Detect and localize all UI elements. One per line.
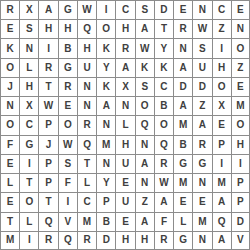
grid-cell-r13c2[interactable]: I	[19, 231, 38, 250]
grid-cell-r9c10[interactable]: G	[173, 154, 192, 173]
grid-cell-r13c6[interactable]: D	[96, 231, 115, 250]
grid-cell-r6c9[interactable]: B	[154, 96, 173, 115]
grid-cell-r5c4[interactable]: R	[58, 77, 77, 96]
grid-cell-r13c5[interactable]: R	[77, 231, 96, 250]
grid-cell-r12c6[interactable]: B	[96, 212, 115, 231]
grid-cell-r2c2[interactable]: S	[19, 19, 38, 38]
grid-cell-r9c2[interactable]: I	[19, 154, 38, 173]
grid-cell-r9c5[interactable]: T	[77, 154, 96, 173]
grid-cell-r6c3[interactable]: W	[38, 96, 57, 115]
grid-cell-r9c8[interactable]: A	[135, 154, 154, 173]
grid-cell-r10c6[interactable]: Y	[96, 173, 115, 192]
grid-cell-r12c4[interactable]: V	[58, 212, 77, 231]
grid-cell-r12c5[interactable]: M	[77, 212, 96, 231]
grid-cell-r13c3[interactable]: R	[38, 231, 57, 250]
grid-cell-r11c6[interactable]: P	[96, 192, 115, 211]
grid-cell-r10c7[interactable]: E	[115, 173, 134, 192]
grid-cell-r5c3[interactable]: T	[38, 77, 57, 96]
grid-cell-r7c5[interactable]: R	[77, 115, 96, 134]
grid-cell-r2c9[interactable]: T	[154, 19, 173, 38]
grid-cell-r6c4[interactable]: E	[58, 96, 77, 115]
grid-cell-r10c1[interactable]: L	[0, 173, 19, 192]
grid-cell-r13c11[interactable]: N	[192, 231, 211, 250]
grid-cell-r9c1[interactable]: E	[0, 154, 19, 173]
grid-cell-r9c9[interactable]: R	[154, 154, 173, 173]
grid-cell-r13c1[interactable]: M	[0, 231, 19, 250]
grid-cell-r1c7[interactable]: C	[115, 0, 134, 19]
grid-cell-r11c13[interactable]: P	[231, 192, 250, 211]
grid-cell-r1c12[interactable]: C	[212, 0, 231, 19]
grid-cell-r1c2[interactable]: X	[19, 0, 38, 19]
grid-cell-r7c12[interactable]: E	[212, 115, 231, 134]
grid-cell-r12c11[interactable]: M	[192, 212, 211, 231]
grid-cell-r4c10[interactable]: A	[173, 58, 192, 77]
grid-cell-r3c2[interactable]: N	[19, 38, 38, 57]
grid-cell-r10c5[interactable]: L	[77, 173, 96, 192]
grid-cell-r2c13[interactable]: N	[231, 19, 250, 38]
grid-cell-r6c13[interactable]: M	[231, 96, 250, 115]
grid-cell-r5c8[interactable]: S	[135, 77, 154, 96]
grid-cell-r3c10[interactable]: N	[173, 38, 192, 57]
grid-cell-r4c3[interactable]: R	[38, 58, 57, 77]
grid-cell-r6c11[interactable]: Z	[192, 96, 211, 115]
grid-cell-r8c7[interactable]: H	[115, 135, 134, 154]
grid-cell-r9c6[interactable]: N	[96, 154, 115, 173]
grid-cell-r7c9[interactable]: O	[154, 115, 173, 134]
grid-cell-r10c3[interactable]: P	[38, 173, 57, 192]
grid-cell-r6c7[interactable]: N	[115, 96, 134, 115]
grid-cell-r12c10[interactable]: L	[173, 212, 192, 231]
grid-cell-r3c6[interactable]: K	[96, 38, 115, 57]
grid-cell-r2c4[interactable]: H	[58, 19, 77, 38]
word-search-grid: RXAGWICSDENCEESHHQOHATRWZNKNIBHKRWYNSIOO…	[0, 0, 250, 250]
grid-cell-r7c11[interactable]: A	[192, 115, 211, 134]
grid-cell-r2c10[interactable]: R	[173, 19, 192, 38]
grid-cell-r9c4[interactable]: S	[58, 154, 77, 173]
grid-cell-r10c4[interactable]: F	[58, 173, 77, 192]
grid-cell-r4c13[interactable]: Z	[231, 58, 250, 77]
grid-cell-r9c3[interactable]: P	[38, 154, 57, 173]
grid-cell-r4c2[interactable]: L	[19, 58, 38, 77]
grid-cell-r8c4[interactable]: W	[58, 135, 77, 154]
grid-cell-r1c10[interactable]: E	[173, 0, 192, 19]
grid-cell-r5c2[interactable]: H	[19, 77, 38, 96]
grid-cell-r11c10[interactable]: E	[173, 192, 192, 211]
grid-cell-r6c6[interactable]: A	[96, 96, 115, 115]
grid-cell-r8c8[interactable]: N	[135, 135, 154, 154]
grid-cell-r4c9[interactable]: K	[154, 58, 173, 77]
grid-cell-r8c10[interactable]: B	[173, 135, 192, 154]
grid-cell-r3c7[interactable]: R	[115, 38, 134, 57]
grid-cell-r12c13[interactable]: D	[231, 212, 250, 231]
grid-cell-r1c11[interactable]: N	[192, 0, 211, 19]
grid-cell-r12c9[interactable]: F	[154, 212, 173, 231]
grid-cell-r11c1[interactable]: E	[0, 192, 19, 211]
grid-cell-r2c7[interactable]: H	[115, 19, 134, 38]
grid-cell-r10c9[interactable]: W	[154, 173, 173, 192]
grid-cell-r8c12[interactable]: P	[212, 135, 231, 154]
grid-cell-r8c5[interactable]: Q	[77, 135, 96, 154]
grid-cell-r6c1[interactable]: N	[0, 96, 19, 115]
grid-cell-r6c2[interactable]: X	[19, 96, 38, 115]
grid-cell-r7c6[interactable]: N	[96, 115, 115, 134]
grid-cell-r10c12[interactable]: M	[212, 173, 231, 192]
grid-cell-r3c9[interactable]: Y	[154, 38, 173, 57]
grid-cell-r3c1[interactable]: K	[0, 38, 19, 57]
grid-cell-r5c11[interactable]: D	[192, 77, 211, 96]
grid-cell-r9c11[interactable]: G	[192, 154, 211, 173]
grid-cell-r11c9[interactable]: A	[154, 192, 173, 211]
grid-cell-r3c5[interactable]: H	[77, 38, 96, 57]
grid-cell-r13c13[interactable]: V	[231, 231, 250, 250]
grid-cell-r4c5[interactable]: U	[77, 58, 96, 77]
grid-cell-r6c12[interactable]: X	[212, 96, 231, 115]
grid-cell-r13c8[interactable]: H	[135, 231, 154, 250]
grid-cell-r3c3[interactable]: I	[38, 38, 57, 57]
grid-cell-r4c6[interactable]: Y	[96, 58, 115, 77]
grid-cell-r1c9[interactable]: D	[154, 0, 173, 19]
grid-cell-r1c3[interactable]: A	[38, 0, 57, 19]
grid-cell-r2c8[interactable]: A	[135, 19, 154, 38]
grid-cell-r2c12[interactable]: Z	[212, 19, 231, 38]
grid-cell-r11c2[interactable]: O	[19, 192, 38, 211]
grid-cell-r8c3[interactable]: J	[38, 135, 57, 154]
grid-cell-r9c13[interactable]: I	[231, 154, 250, 173]
grid-cell-r12c7[interactable]: E	[115, 212, 134, 231]
grid-cell-r4c11[interactable]: U	[192, 58, 211, 77]
grid-cell-r2c6[interactable]: O	[96, 19, 115, 38]
grid-cell-r5c9[interactable]: C	[154, 77, 173, 96]
grid-cell-r13c10[interactable]: G	[173, 231, 192, 250]
grid-cell-r5c1[interactable]: J	[0, 77, 19, 96]
grid-cell-r8c13[interactable]: H	[231, 135, 250, 154]
grid-cell-r11c5[interactable]: C	[77, 192, 96, 211]
grid-cell-r6c10[interactable]: A	[173, 96, 192, 115]
grid-cell-r4c4[interactable]: G	[58, 58, 77, 77]
grid-cell-r11c3[interactable]: T	[38, 192, 57, 211]
grid-cell-r2c5[interactable]: Q	[77, 19, 96, 38]
grid-cell-r6c5[interactable]: N	[77, 96, 96, 115]
grid-cell-r13c7[interactable]: H	[115, 231, 134, 250]
grid-cell-r3c11[interactable]: S	[192, 38, 211, 57]
grid-cell-r10c11[interactable]: N	[192, 173, 211, 192]
grid-cell-r4c12[interactable]: H	[212, 58, 231, 77]
grid-cell-r1c4[interactable]: G	[58, 0, 77, 19]
grid-cell-r11c7[interactable]: U	[115, 192, 134, 211]
grid-cell-r1c13[interactable]: E	[231, 0, 250, 19]
grid-cell-r7c13[interactable]: O	[231, 115, 250, 134]
grid-cell-r10c13[interactable]: P	[231, 173, 250, 192]
grid-cell-r5c12[interactable]: O	[212, 77, 231, 96]
grid-cell-r7c1[interactable]: O	[0, 115, 19, 134]
grid-cell-r10c8[interactable]: N	[135, 173, 154, 192]
grid-cell-r3c8[interactable]: W	[135, 38, 154, 57]
grid-cell-r8c6[interactable]: M	[96, 135, 115, 154]
grid-cell-r12c12[interactable]: Q	[212, 212, 231, 231]
grid-cell-r11c8[interactable]: Z	[135, 192, 154, 211]
grid-cell-r1c5[interactable]: W	[77, 0, 96, 19]
grid-cell-r5c5[interactable]: N	[77, 77, 96, 96]
grid-cell-r5c13[interactable]: E	[231, 77, 250, 96]
grid-cell-r12c3[interactable]: Q	[38, 212, 57, 231]
grid-cell-r10c10[interactable]: M	[173, 173, 192, 192]
grid-cell-r11c4[interactable]: I	[58, 192, 77, 211]
grid-cell-r1c1[interactable]: R	[0, 0, 19, 19]
grid-cell-r13c12[interactable]: A	[212, 231, 231, 250]
grid-cell-r10c2[interactable]: T	[19, 173, 38, 192]
grid-cell-r8c2[interactable]: G	[19, 135, 38, 154]
grid-cell-r1c6[interactable]: I	[96, 0, 115, 19]
grid-cell-r1c8[interactable]: S	[135, 0, 154, 19]
grid-cell-r7c7[interactable]: L	[115, 115, 134, 134]
grid-cell-r7c8[interactable]: Q	[135, 115, 154, 134]
grid-cell-r4c1[interactable]: O	[0, 58, 19, 77]
grid-cell-r5c7[interactable]: X	[115, 77, 134, 96]
grid-cell-r7c2[interactable]: C	[19, 115, 38, 134]
grid-cell-r4c8[interactable]: K	[135, 58, 154, 77]
grid-cell-r9c7[interactable]: U	[115, 154, 134, 173]
grid-cell-r9c12[interactable]: I	[212, 154, 231, 173]
grid-cell-r12c1[interactable]: T	[0, 212, 19, 231]
grid-cell-r5c10[interactable]: D	[173, 77, 192, 96]
grid-cell-r6c8[interactable]: O	[135, 96, 154, 115]
grid-cell-r4c7[interactable]: A	[115, 58, 134, 77]
grid-cell-r11c11[interactable]: E	[192, 192, 211, 211]
grid-cell-r8c1[interactable]: F	[0, 135, 19, 154]
grid-cell-r13c9[interactable]: R	[154, 231, 173, 250]
grid-cell-r3c12[interactable]: I	[212, 38, 231, 57]
grid-cell-r2c11[interactable]: W	[192, 19, 211, 38]
grid-cell-r2c1[interactable]: E	[0, 19, 19, 38]
grid-cell-r7c4[interactable]: O	[58, 115, 77, 134]
grid-cell-r5c6[interactable]: K	[96, 77, 115, 96]
grid-cell-r11c12[interactable]: A	[212, 192, 231, 211]
grid-cell-r8c9[interactable]: Q	[154, 135, 173, 154]
grid-cell-r7c3[interactable]: P	[38, 115, 57, 134]
grid-cell-r13c4[interactable]: Q	[58, 231, 77, 250]
grid-cell-r7c10[interactable]: M	[173, 115, 192, 134]
grid-cell-r8c11[interactable]: R	[192, 135, 211, 154]
grid-cell-r2c3[interactable]: H	[38, 19, 57, 38]
grid-cell-r3c13[interactable]: O	[231, 38, 250, 57]
grid-cell-r3c4[interactable]: B	[58, 38, 77, 57]
grid-cell-r12c2[interactable]: L	[19, 212, 38, 231]
grid-cell-r12c8[interactable]: A	[135, 212, 154, 231]
